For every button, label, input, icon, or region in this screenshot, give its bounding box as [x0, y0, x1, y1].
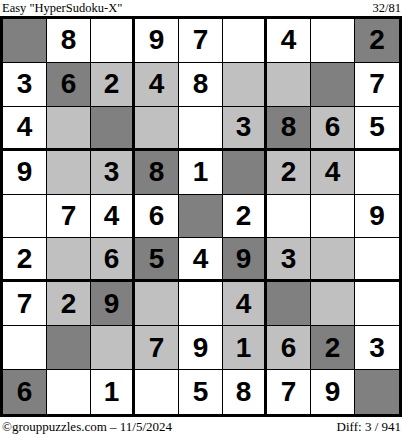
- cell-r9c4-empty[interactable]: [135, 370, 179, 414]
- puzzle-title: Easy "HyperSudoku-X": [2, 1, 122, 15]
- cell-r7c1-given[interactable]: 7: [3, 282, 47, 326]
- cell-r3c9-given[interactable]: 5: [355, 107, 399, 151]
- cell-r7c9-empty[interactable]: [355, 282, 399, 326]
- cell-r5c1-empty[interactable]: [3, 195, 47, 239]
- cell-r3c4-empty[interactable]: [135, 107, 179, 151]
- cell-r2c4-given[interactable]: 4: [135, 63, 179, 107]
- cell-r6c6-given[interactable]: 9: [223, 238, 267, 282]
- cell-r4c7-given[interactable]: 2: [267, 151, 311, 195]
- cell-r5c2-given[interactable]: 7: [47, 195, 91, 239]
- header: Easy "HyperSudoku-X" 32/81: [0, 0, 402, 16]
- cell-r3c3-empty[interactable]: [91, 107, 135, 151]
- cell-r9c6-given[interactable]: 8: [223, 370, 267, 414]
- cell-r8c4-given[interactable]: 7: [135, 326, 179, 370]
- cell-r7c8-empty[interactable]: [311, 282, 355, 326]
- cell-r4c8-given[interactable]: 4: [311, 151, 355, 195]
- cell-r4c9-empty[interactable]: [355, 151, 399, 195]
- sudoku-board: 8974236248743865938124746292654937294791…: [0, 16, 402, 417]
- cell-r2c3-given[interactable]: 2: [91, 63, 135, 107]
- cell-r1c4-given[interactable]: 9: [135, 19, 179, 63]
- cell-r6c2-empty[interactable]: [47, 238, 91, 282]
- cell-r9c9-empty[interactable]: [355, 370, 399, 414]
- cell-r4c3-given[interactable]: 3: [91, 151, 135, 195]
- cell-r2c8-empty[interactable]: [311, 63, 355, 107]
- footer: ©grouppuzzles.com – 11/5/2024 Diff: 3 / …: [0, 417, 402, 437]
- cell-r8c3-empty[interactable]: [91, 326, 135, 370]
- cell-r5c4-given[interactable]: 6: [135, 195, 179, 239]
- cell-r9c8-given[interactable]: 9: [311, 370, 355, 414]
- cell-r4c6-empty[interactable]: [223, 151, 267, 195]
- cell-r7c2-given[interactable]: 2: [47, 282, 91, 326]
- cell-r6c4-given[interactable]: 5: [135, 238, 179, 282]
- cell-r2c1-given[interactable]: 3: [3, 63, 47, 107]
- difficulty-text: Diff: 3 / 941: [337, 419, 401, 434]
- cell-r4c5-given[interactable]: 1: [179, 151, 223, 195]
- cell-r4c2-empty[interactable]: [47, 151, 91, 195]
- cell-r8c9-given[interactable]: 3: [355, 326, 399, 370]
- cell-r5c9-given[interactable]: 9: [355, 195, 399, 239]
- copyright-text: ©grouppuzzles.com – 11/5/2024: [2, 419, 172, 434]
- cell-r7c7-empty[interactable]: [267, 282, 311, 326]
- cell-r2c9-given[interactable]: 7: [355, 63, 399, 107]
- cell-r9c2-empty[interactable]: [47, 370, 91, 414]
- cell-r1c3-empty[interactable]: [91, 19, 135, 63]
- cell-r6c7-given[interactable]: 3: [267, 238, 311, 282]
- cell-r2c7-empty[interactable]: [267, 63, 311, 107]
- cell-r6c5-given[interactable]: 4: [179, 238, 223, 282]
- cell-r8c8-given[interactable]: 2: [311, 326, 355, 370]
- cell-r8c7-given[interactable]: 6: [267, 326, 311, 370]
- cell-r7c6-given[interactable]: 4: [223, 282, 267, 326]
- cell-r6c9-empty[interactable]: [355, 238, 399, 282]
- cell-r2c2-given[interactable]: 6: [47, 63, 91, 107]
- cell-r2c6-empty[interactable]: [223, 63, 267, 107]
- empty-cells-counter: 32/81: [373, 1, 401, 15]
- cell-r6c8-empty[interactable]: [311, 238, 355, 282]
- cell-r3c2-empty[interactable]: [47, 107, 91, 151]
- cell-r9c3-given[interactable]: 1: [91, 370, 135, 414]
- cell-r7c3-given[interactable]: 9: [91, 282, 135, 326]
- cell-r5c7-empty[interactable]: [267, 195, 311, 239]
- cell-r3c6-given[interactable]: 3: [223, 107, 267, 151]
- cell-r2c5-given[interactable]: 8: [179, 63, 223, 107]
- cell-r9c7-given[interactable]: 7: [267, 370, 311, 414]
- cell-r1c7-given[interactable]: 4: [267, 19, 311, 63]
- cell-r1c5-given[interactable]: 7: [179, 19, 223, 63]
- cell-r1c8-empty[interactable]: [311, 19, 355, 63]
- cell-r1c9-given[interactable]: 2: [355, 19, 399, 63]
- cell-r1c2-given[interactable]: 8: [47, 19, 91, 63]
- cell-r3c5-empty[interactable]: [179, 107, 223, 151]
- cell-r6c1-given[interactable]: 2: [3, 238, 47, 282]
- cell-r4c1-given[interactable]: 9: [3, 151, 47, 195]
- cell-r3c8-given[interactable]: 6: [311, 107, 355, 151]
- cell-r4c4-given[interactable]: 8: [135, 151, 179, 195]
- cell-r8c2-empty[interactable]: [47, 326, 91, 370]
- cell-r8c5-given[interactable]: 9: [179, 326, 223, 370]
- cell-r5c8-empty[interactable]: [311, 195, 355, 239]
- cell-r8c6-given[interactable]: 1: [223, 326, 267, 370]
- cell-r9c1-given[interactable]: 6: [3, 370, 47, 414]
- cell-r8c1-empty[interactable]: [3, 326, 47, 370]
- cell-r5c6-given[interactable]: 2: [223, 195, 267, 239]
- cell-r5c5-empty[interactable]: [179, 195, 223, 239]
- cell-r1c6-empty[interactable]: [223, 19, 267, 63]
- cell-r3c7-given[interactable]: 8: [267, 107, 311, 151]
- cell-r9c5-given[interactable]: 5: [179, 370, 223, 414]
- cell-r6c3-given[interactable]: 6: [91, 238, 135, 282]
- cell-r1c1-empty[interactable]: [3, 19, 47, 63]
- cell-r3c1-given[interactable]: 4: [3, 107, 47, 151]
- cell-r7c4-empty[interactable]: [135, 282, 179, 326]
- puzzle-page: Easy "HyperSudoku-X" 32/81 8974236248743…: [0, 0, 402, 437]
- cell-r5c3-given[interactable]: 4: [91, 195, 135, 239]
- cell-r7c5-empty[interactable]: [179, 282, 223, 326]
